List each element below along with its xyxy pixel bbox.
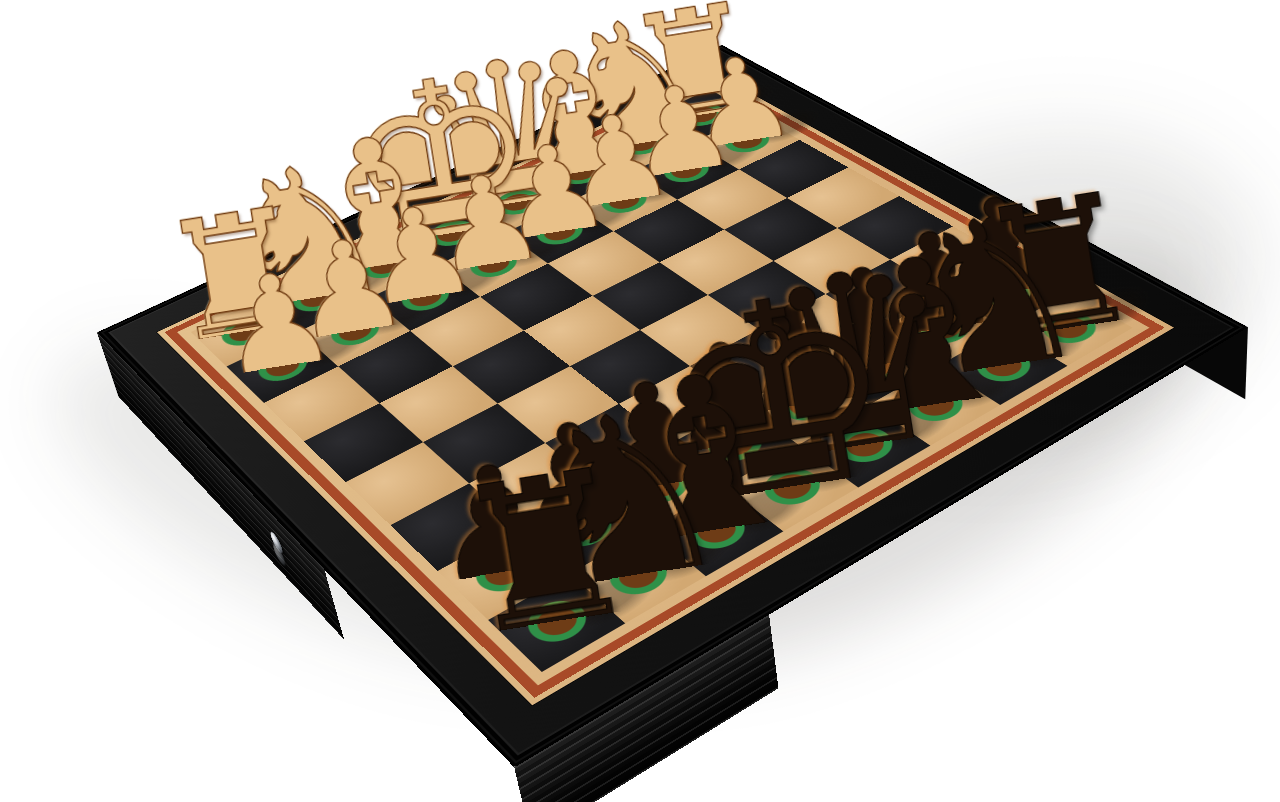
chess-set-photo: ♜♞♝♚♛♝♞♜♟♟♟♟♟♟♟♟♟♟♟♟♟♟♟♟♜♞♝♚♛♝♞♜: [0, 0, 1280, 802]
drawer-knob[interactable]: [269, 528, 285, 557]
board-surface: ♜♞♝♚♛♝♞♜♟♟♟♟♟♟♟♟♟♟♟♟♟♟♟♟♜♞♝♚♛♝♞♜: [157, 73, 1174, 706]
board-pose: ♜♞♝♚♛♝♞♜♟♟♟♟♟♟♟♟♟♟♟♟♟♟♟♟♜♞♝♚♛♝♞♜: [0, 0, 1280, 802]
scene-3d: ♜♞♝♚♛♝♞♜♟♟♟♟♟♟♟♟♟♟♟♟♟♟♟♟♜♞♝♚♛♝♞♜: [0, 0, 1280, 802]
chess-case: ♜♞♝♚♛♝♞♜♟♟♟♟♟♟♟♟♟♟♟♟♟♟♟♟♜♞♝♚♛♝♞♜: [97, 45, 1248, 768]
square-h8[interactable]: ♜: [488, 574, 625, 672]
case-top-frame: ♜♞♝♚♛♝♞♜♟♟♟♟♟♟♟♟♟♟♟♟♟♟♟♟♜♞♝♚♛♝♞♜: [97, 45, 1248, 768]
